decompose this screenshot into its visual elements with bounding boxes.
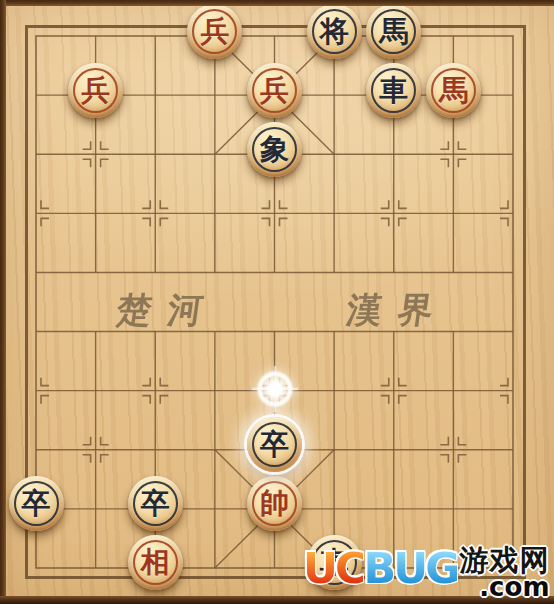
piece-character: 将 (307, 4, 362, 59)
watermark-letter: C (335, 544, 364, 592)
piece-character: 馬 (426, 63, 481, 118)
piece-black-horse[interactable]: 馬 (366, 4, 421, 59)
piece-black-soldier[interactable]: 卒 (9, 476, 64, 531)
piece-character: 卒 (128, 476, 183, 531)
piece-character: 象 (247, 122, 302, 177)
piece-black-chariot[interactable]: 車 (366, 63, 421, 118)
piece-character: 卒 (247, 417, 302, 472)
piece-character: 兵 (187, 4, 242, 59)
piece-character: 兵 (68, 63, 123, 118)
watermark-tld: .com (459, 574, 549, 600)
piece-black-general[interactable]: 将 (307, 4, 362, 59)
river-label-chu-he: 楚河 (85, 288, 251, 332)
board-frame-left-edge (0, 0, 6, 604)
board-frame-top-edge (0, 0, 554, 6)
watermark-letter: U (303, 544, 335, 592)
piece-red-soldier[interactable]: 兵 (68, 63, 123, 118)
watermark-letter: U (393, 544, 425, 592)
move-sparkle-indicator (252, 366, 298, 412)
piece-red-soldier[interactable]: 兵 (187, 4, 242, 59)
piece-character: 相 (128, 535, 183, 590)
piece-red-horse[interactable]: 馬 (426, 63, 481, 118)
xiangqi-game-screen: 楚河 漢界 兵将馬兵兵車馬象卒卒卒帥相車 UCBUG 游戏网 .com (0, 0, 554, 604)
piece-character: 馬 (366, 4, 421, 59)
watermark-letter: B (363, 544, 393, 592)
piece-red-elephant[interactable]: 相 (128, 535, 183, 590)
piece-character: 卒 (9, 476, 64, 531)
piece-red-soldier[interactable]: 兵 (247, 63, 302, 118)
watermark-brand-ucbug: UCBUG (303, 544, 457, 592)
piece-black-soldier[interactable]: 卒 (128, 476, 183, 531)
piece-character: 車 (366, 63, 421, 118)
watermark: UCBUG 游戏网 .com (303, 544, 549, 600)
piece-character: 帥 (247, 476, 302, 531)
watermark-letter: G (425, 544, 457, 592)
piece-character: 兵 (247, 63, 302, 118)
piece-red-general[interactable]: 帥 (247, 476, 302, 531)
piece-black-elephant[interactable]: 象 (247, 122, 302, 177)
piece-black-soldier[interactable]: 卒 (247, 417, 302, 472)
river-label-han-jie: 漢界 (315, 288, 481, 332)
